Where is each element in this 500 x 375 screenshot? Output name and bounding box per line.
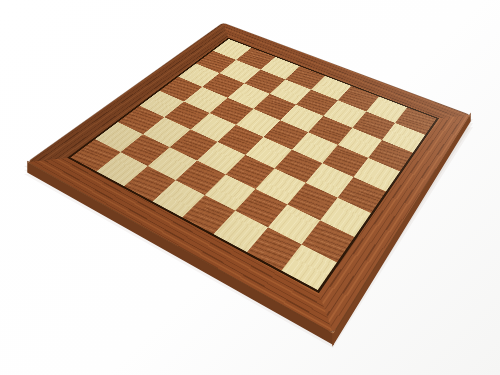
product-photo-stage <box>0 0 500 375</box>
